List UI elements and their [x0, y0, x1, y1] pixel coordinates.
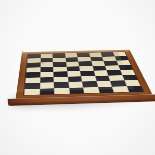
- square-d1: [69, 87, 85, 93]
- square-b1: [39, 88, 54, 95]
- board-left-edge: [16, 50, 22, 102]
- photo-background: [0, 0, 155, 155]
- square-c1: [54, 88, 69, 95]
- square-e1: [83, 87, 99, 93]
- square-h1: [126, 86, 143, 92]
- squares-grid: [24, 52, 143, 95]
- square-a1: [24, 88, 39, 95]
- chess-board: [16, 50, 153, 99]
